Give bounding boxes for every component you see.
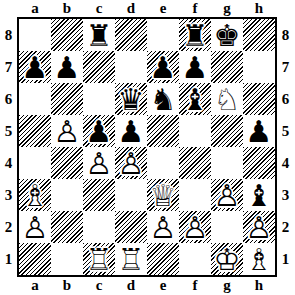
rank-label-6: 6 <box>277 83 294 115</box>
square-c8[interactable]: ♜♜ <box>83 19 115 51</box>
black-rook-f8[interactable]: ♜♜ <box>179 19 211 51</box>
square-h7[interactable] <box>243 51 275 83</box>
file-labels-bottom: abcdefgh <box>19 277 275 294</box>
white-bishop-a3[interactable]: ♝♗ <box>19 179 51 211</box>
piece-silhouette: ♜ <box>83 19 115 51</box>
square-e6[interactable]: ♞♞ <box>147 83 179 115</box>
square-b6[interactable] <box>51 83 83 115</box>
square-d2[interactable] <box>115 211 147 243</box>
rank-label-6: 6 <box>0 83 17 115</box>
square-f8[interactable]: ♜♜ <box>179 19 211 51</box>
file-label-b: b <box>51 277 83 294</box>
square-c2[interactable] <box>83 211 115 243</box>
square-a7[interactable]: ♟♟ <box>19 51 51 83</box>
square-a5[interactable] <box>19 115 51 147</box>
square-c1[interactable]: ♜♖ <box>83 243 115 275</box>
piece-silhouette: ♟ <box>83 147 115 179</box>
white-king-g1[interactable]: ♚♔ <box>211 243 243 275</box>
chess-board: ♜♜♜♜♚♚♟♟♟♟♟♟♟♟♛♛♞♞♝♝♞♘♟♙♟♟♟♟♟♟♟♙♟♙♝♗♛♕♟♙… <box>17 17 277 277</box>
file-label-e: e <box>147 0 179 17</box>
piece-silhouette: ♝ <box>243 179 275 211</box>
piece-glyph: ♟ <box>83 115 115 147</box>
square-a3[interactable]: ♝♗ <box>19 179 51 211</box>
piece-silhouette: ♝ <box>19 179 51 211</box>
square-d7[interactable] <box>115 51 147 83</box>
file-label-f: f <box>179 0 211 17</box>
white-rook-d1[interactable]: ♜♖ <box>115 243 147 275</box>
piece-glyph: ♙ <box>51 115 83 147</box>
piece-glyph: ♟ <box>115 115 147 147</box>
white-queen-e3[interactable]: ♛♕ <box>147 179 179 211</box>
piece-glyph: ♟ <box>147 51 179 83</box>
black-pawn-d5[interactable]: ♟♟ <box>115 115 147 147</box>
white-pawn-c4[interactable]: ♟♙ <box>83 147 115 179</box>
file-label-g: g <box>211 277 243 294</box>
chess-diagram: abcdefgh 87654321 ♜♜♜♜♚♚♟♟♟♟♟♟♟♟♛♛♞♞♝♝♞♘… <box>0 0 295 295</box>
square-e1[interactable] <box>147 243 179 275</box>
piece-silhouette: ♟ <box>51 115 83 147</box>
square-f2[interactable]: ♟♙ <box>179 211 211 243</box>
square-a6[interactable] <box>19 83 51 115</box>
square-g7[interactable] <box>211 51 243 83</box>
file-label-e: e <box>147 277 179 294</box>
rank-label-7: 7 <box>277 51 294 83</box>
square-a1[interactable] <box>19 243 51 275</box>
square-h3[interactable]: ♝♝ <box>243 179 275 211</box>
black-pawn-e7[interactable]: ♟♟ <box>147 51 179 83</box>
piece-silhouette: ♝ <box>179 83 211 115</box>
file-label-d: d <box>115 277 147 294</box>
square-e5[interactable] <box>147 115 179 147</box>
piece-silhouette: ♟ <box>83 115 115 147</box>
square-g4[interactable] <box>211 147 243 179</box>
piece-glyph: ♙ <box>83 147 115 179</box>
piece-silhouette: ♟ <box>243 115 275 147</box>
black-pawn-f7[interactable]: ♟♟ <box>179 51 211 83</box>
white-pawn-f2[interactable]: ♟♙ <box>179 211 211 243</box>
black-pawn-b7[interactable]: ♟♟ <box>51 51 83 83</box>
square-b2[interactable] <box>51 211 83 243</box>
square-d8[interactable] <box>115 19 147 51</box>
piece-glyph: ♖ <box>115 243 147 275</box>
square-g2[interactable] <box>211 211 243 243</box>
square-d4[interactable]: ♟♙ <box>115 147 147 179</box>
black-knight-e6[interactable]: ♞♞ <box>147 83 179 115</box>
piece-glyph: ♝ <box>243 179 275 211</box>
rank-label-5: 5 <box>0 115 17 147</box>
piece-silhouette: ♞ <box>211 83 243 115</box>
rank-label-8: 8 <box>277 19 294 51</box>
piece-glyph: ♙ <box>19 211 51 243</box>
square-e8[interactable] <box>147 19 179 51</box>
piece-glyph: ♙ <box>147 211 179 243</box>
piece-silhouette: ♟ <box>179 51 211 83</box>
square-d6[interactable]: ♛♛ <box>115 83 147 115</box>
piece-glyph: ♙ <box>243 211 275 243</box>
square-e3[interactable]: ♛♕ <box>147 179 179 211</box>
black-bishop-h3[interactable]: ♝♝ <box>243 179 275 211</box>
piece-silhouette: ♜ <box>83 243 115 275</box>
piece-silhouette: ♚ <box>211 19 243 51</box>
piece-glyph: ♜ <box>83 19 115 51</box>
file-label-c: c <box>83 0 115 17</box>
square-b7[interactable]: ♟♟ <box>51 51 83 83</box>
piece-silhouette: ♚ <box>211 243 243 275</box>
rank-label-4: 4 <box>0 147 17 179</box>
square-g3[interactable]: ♟♙ <box>211 179 243 211</box>
white-pawn-e2[interactable]: ♟♙ <box>147 211 179 243</box>
white-rook-c1[interactable]: ♜♖ <box>83 243 115 275</box>
white-knight-g6[interactable]: ♞♘ <box>211 83 243 115</box>
piece-silhouette: ♝ <box>243 243 275 275</box>
rank-label-2: 2 <box>277 211 294 243</box>
piece-silhouette: ♜ <box>179 19 211 51</box>
piece-silhouette: ♟ <box>243 211 275 243</box>
square-b8[interactable] <box>51 19 83 51</box>
piece-glyph: ♝ <box>179 83 211 115</box>
white-pawn-b5[interactable]: ♟♙ <box>51 115 83 147</box>
piece-glyph: ♙ <box>211 179 243 211</box>
rank-label-7: 7 <box>0 51 17 83</box>
file-label-c: c <box>83 277 115 294</box>
piece-glyph: ♟ <box>179 51 211 83</box>
piece-glyph: ♕ <box>147 179 179 211</box>
white-pawn-a2[interactable]: ♟♙ <box>19 211 51 243</box>
file-label-d: d <box>115 0 147 17</box>
square-e2[interactable]: ♟♙ <box>147 211 179 243</box>
black-rook-c8[interactable]: ♜♜ <box>83 19 115 51</box>
piece-silhouette: ♟ <box>51 51 83 83</box>
square-b5[interactable]: ♟♙ <box>51 115 83 147</box>
piece-glyph: ♛ <box>115 83 147 115</box>
square-g5[interactable] <box>211 115 243 147</box>
square-a2[interactable]: ♟♙ <box>19 211 51 243</box>
square-f6[interactable]: ♝♝ <box>179 83 211 115</box>
square-h1[interactable]: ♝♗ <box>243 243 275 275</box>
rank-labels-right: 87654321 <box>277 19 294 275</box>
piece-silhouette: ♟ <box>115 147 147 179</box>
file-label-h: h <box>243 0 275 17</box>
square-d1[interactable]: ♜♖ <box>115 243 147 275</box>
piece-silhouette: ♟ <box>19 211 51 243</box>
square-e7[interactable]: ♟♟ <box>147 51 179 83</box>
piece-silhouette: ♟ <box>147 211 179 243</box>
square-c5[interactable]: ♟♟ <box>83 115 115 147</box>
piece-glyph: ♟ <box>51 51 83 83</box>
rank-label-2: 2 <box>0 211 17 243</box>
square-b1[interactable] <box>51 243 83 275</box>
square-a4[interactable] <box>19 147 51 179</box>
square-f1[interactable] <box>179 243 211 275</box>
piece-silhouette: ♟ <box>115 115 147 147</box>
square-h5[interactable]: ♟♟ <box>243 115 275 147</box>
square-h6[interactable] <box>243 83 275 115</box>
file-label-a: a <box>19 0 51 17</box>
piece-glyph: ♔ <box>211 243 243 275</box>
piece-silhouette: ♛ <box>115 83 147 115</box>
file-labels-top: abcdefgh <box>19 0 275 17</box>
piece-silhouette: ♞ <box>147 83 179 115</box>
piece-silhouette: ♟ <box>19 51 51 83</box>
rank-label-8: 8 <box>0 19 17 51</box>
square-a8[interactable] <box>19 19 51 51</box>
rank-label-1: 1 <box>277 243 294 275</box>
square-f3[interactable] <box>179 179 211 211</box>
piece-silhouette: ♟ <box>147 51 179 83</box>
piece-glyph: ♚ <box>211 19 243 51</box>
square-f4[interactable] <box>179 147 211 179</box>
square-c6[interactable] <box>83 83 115 115</box>
square-c7[interactable] <box>83 51 115 83</box>
piece-glyph: ♙ <box>179 211 211 243</box>
piece-silhouette: ♟ <box>179 211 211 243</box>
square-c3[interactable] <box>83 179 115 211</box>
piece-glyph: ♘ <box>211 83 243 115</box>
black-queen-d6[interactable]: ♛♛ <box>115 83 147 115</box>
square-d3[interactable] <box>115 179 147 211</box>
file-label-f: f <box>179 277 211 294</box>
file-label-h: h <box>243 277 275 294</box>
piece-glyph: ♙ <box>115 147 147 179</box>
square-g1[interactable]: ♚♔ <box>211 243 243 275</box>
piece-glyph: ♗ <box>19 179 51 211</box>
file-label-g: g <box>211 0 243 17</box>
piece-silhouette: ♛ <box>147 179 179 211</box>
square-h8[interactable] <box>243 19 275 51</box>
rank-label-5: 5 <box>277 115 294 147</box>
black-pawn-a7[interactable]: ♟♟ <box>19 51 51 83</box>
square-h4[interactable] <box>243 147 275 179</box>
piece-glyph: ♟ <box>243 115 275 147</box>
piece-silhouette: ♜ <box>115 243 147 275</box>
black-bishop-f6[interactable]: ♝♝ <box>179 83 211 115</box>
square-e4[interactable] <box>147 147 179 179</box>
square-d5[interactable]: ♟♟ <box>115 115 147 147</box>
square-b4[interactable] <box>51 147 83 179</box>
square-g8[interactable]: ♚♚ <box>211 19 243 51</box>
white-bishop-h1[interactable]: ♝♗ <box>243 243 275 275</box>
square-f7[interactable]: ♟♟ <box>179 51 211 83</box>
black-king-g8[interactable]: ♚♚ <box>211 19 243 51</box>
square-b3[interactable] <box>51 179 83 211</box>
black-pawn-c5[interactable]: ♟♟ <box>83 115 115 147</box>
rank-label-3: 3 <box>0 179 17 211</box>
square-f5[interactable] <box>179 115 211 147</box>
piece-silhouette: ♟ <box>211 179 243 211</box>
rank-label-4: 4 <box>277 147 294 179</box>
piece-glyph: ♞ <box>147 83 179 115</box>
rank-label-3: 3 <box>277 179 294 211</box>
black-pawn-h5[interactable]: ♟♟ <box>243 115 275 147</box>
piece-glyph: ♗ <box>243 243 275 275</box>
piece-glyph: ♟ <box>19 51 51 83</box>
white-pawn-h2[interactable]: ♟♙ <box>243 211 275 243</box>
square-h2[interactable]: ♟♙ <box>243 211 275 243</box>
file-label-a: a <box>19 277 51 294</box>
rank-labels-left: 87654321 <box>0 19 17 275</box>
square-g6[interactable]: ♞♘ <box>211 83 243 115</box>
white-pawn-g3[interactable]: ♟♙ <box>211 179 243 211</box>
piece-glyph: ♖ <box>83 243 115 275</box>
square-c4[interactable]: ♟♙ <box>83 147 115 179</box>
white-pawn-d4[interactable]: ♟♙ <box>115 147 147 179</box>
file-label-b: b <box>51 0 83 17</box>
rank-label-1: 1 <box>0 243 17 275</box>
piece-glyph: ♜ <box>179 19 211 51</box>
